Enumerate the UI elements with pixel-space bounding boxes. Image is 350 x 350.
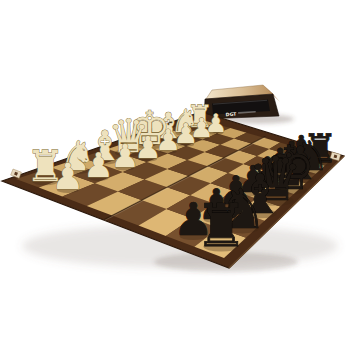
piece-white-pawn[interactable]: ♟: [111, 137, 140, 175]
piece-black-rook[interactable]: ♜: [195, 191, 248, 260]
chess-set-photo: DGT ♜♟♞♟♝♟♚♟♛♟♟♝♜♟♟♞♞♟♟♝♜♟♚♟♟♛♟♝♟♞♟♜: [0, 0, 350, 350]
clock-logo-text: DGT: [226, 112, 238, 118]
piece-white-pawn[interactable]: ♟: [83, 145, 113, 185]
piece-white-pawn[interactable]: ♟: [52, 155, 85, 198]
scene-svg: DGT ♜♟♞♟♝♟♚♟♛♟♟♝♜♟♟♞♞♟♟♝♜♟♚♟♟♛♟♝♟♞♟♜: [0, 0, 350, 350]
